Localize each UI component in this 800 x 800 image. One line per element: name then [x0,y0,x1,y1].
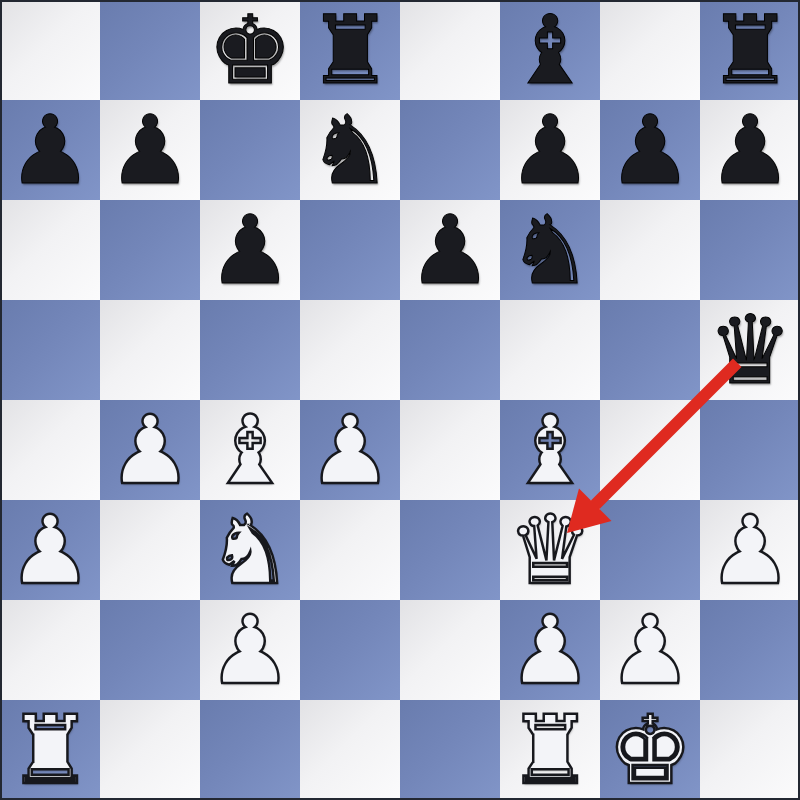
piece-black-pawn-g7[interactable]: ♟ [607,100,692,200]
square-h5[interactable]: ♛ [700,300,800,400]
square-c6[interactable]: ♟ [200,200,300,300]
square-b4[interactable]: ♟ [100,400,200,500]
chess-board[interactable]: ♚♜♝♜♟♟♞♟♟♟♟♟♞♛♟♝♟♝♟♞♛♟♟♟♟♜♜♚ [0,0,800,800]
square-b1[interactable] [100,700,200,800]
piece-white-bishop-c4[interactable]: ♝ [207,400,292,500]
square-b5[interactable] [100,300,200,400]
square-a3[interactable]: ♟ [0,500,100,600]
square-f8[interactable]: ♝ [500,0,600,100]
square-a1[interactable]: ♜ [0,700,100,800]
square-e2[interactable] [400,600,500,700]
square-c2[interactable]: ♟ [200,600,300,700]
piece-black-rook-h8[interactable]: ♜ [707,0,792,100]
square-e5[interactable] [400,300,500,400]
square-d3[interactable] [300,500,400,600]
square-b8[interactable] [100,0,200,100]
piece-white-pawn-c2[interactable]: ♟ [207,600,292,700]
square-g4[interactable] [600,400,700,500]
square-g7[interactable]: ♟ [600,100,700,200]
square-h3[interactable]: ♟ [700,500,800,600]
piece-white-pawn-b4[interactable]: ♟ [107,400,192,500]
chess-board-area: ♚♜♝♜♟♟♞♟♟♟♟♟♞♛♟♝♟♝♟♞♛♟♟♟♟♜♜♚ [0,0,800,800]
square-e3[interactable] [400,500,500,600]
piece-black-king-c8[interactable]: ♚ [207,0,292,100]
square-f5[interactable] [500,300,600,400]
square-g8[interactable] [600,0,700,100]
square-e1[interactable] [400,700,500,800]
square-b7[interactable]: ♟ [100,100,200,200]
piece-black-pawn-h7[interactable]: ♟ [707,100,792,200]
square-d8[interactable]: ♜ [300,0,400,100]
square-a2[interactable] [0,600,100,700]
square-b2[interactable] [100,600,200,700]
piece-white-pawn-g2[interactable]: ♟ [607,600,692,700]
piece-black-knight-d7[interactable]: ♞ [307,100,392,200]
piece-black-pawn-b7[interactable]: ♟ [107,100,192,200]
square-e8[interactable] [400,0,500,100]
piece-black-knight-f6[interactable]: ♞ [507,200,592,300]
piece-white-pawn-d4[interactable]: ♟ [307,400,392,500]
square-d1[interactable] [300,700,400,800]
square-c1[interactable] [200,700,300,800]
square-g2[interactable]: ♟ [600,600,700,700]
square-h6[interactable] [700,200,800,300]
piece-white-rook-a1[interactable]: ♜ [7,700,92,800]
square-d2[interactable] [300,600,400,700]
square-d6[interactable] [300,200,400,300]
piece-black-pawn-e6[interactable]: ♟ [407,200,492,300]
square-f3[interactable]: ♛ [500,500,600,600]
square-g1[interactable]: ♚ [600,700,700,800]
square-d4[interactable]: ♟ [300,400,400,500]
piece-white-pawn-a3[interactable]: ♟ [7,500,92,600]
square-f2[interactable]: ♟ [500,600,600,700]
square-e7[interactable] [400,100,500,200]
piece-black-pawn-f7[interactable]: ♟ [507,100,592,200]
piece-black-pawn-a7[interactable]: ♟ [7,100,92,200]
square-g5[interactable] [600,300,700,400]
square-g3[interactable] [600,500,700,600]
square-c7[interactable] [200,100,300,200]
square-a5[interactable] [0,300,100,400]
square-f6[interactable]: ♞ [500,200,600,300]
piece-white-rook-f1[interactable]: ♜ [507,700,592,800]
piece-black-rook-d8[interactable]: ♜ [307,0,392,100]
square-b6[interactable] [100,200,200,300]
square-c3[interactable]: ♞ [200,500,300,600]
piece-white-pawn-f2[interactable]: ♟ [507,600,592,700]
square-e6[interactable]: ♟ [400,200,500,300]
square-f1[interactable]: ♜ [500,700,600,800]
square-a6[interactable] [0,200,100,300]
square-a8[interactable] [0,0,100,100]
square-a4[interactable] [0,400,100,500]
square-f7[interactable]: ♟ [500,100,600,200]
square-b3[interactable] [100,500,200,600]
square-g6[interactable] [600,200,700,300]
square-h8[interactable]: ♜ [700,0,800,100]
piece-white-knight-c3[interactable]: ♞ [207,500,292,600]
piece-white-bishop-f4[interactable]: ♝ [507,400,592,500]
piece-white-pawn-h3[interactable]: ♟ [707,500,792,600]
square-h1[interactable] [700,700,800,800]
piece-black-bishop-f8[interactable]: ♝ [507,0,592,100]
piece-white-king-g1[interactable]: ♚ [607,700,692,800]
square-c4[interactable]: ♝ [200,400,300,500]
square-a7[interactable]: ♟ [0,100,100,200]
square-e4[interactable] [400,400,500,500]
square-f4[interactable]: ♝ [500,400,600,500]
square-d7[interactable]: ♞ [300,100,400,200]
square-c5[interactable] [200,300,300,400]
piece-black-pawn-c6[interactable]: ♟ [207,200,292,300]
square-h7[interactable]: ♟ [700,100,800,200]
piece-black-queen-h5[interactable]: ♛ [707,300,792,400]
square-c8[interactable]: ♚ [200,0,300,100]
square-h4[interactable] [700,400,800,500]
square-h2[interactable] [700,600,800,700]
square-d5[interactable] [300,300,400,400]
piece-white-queen-f3[interactable]: ♛ [507,500,592,600]
